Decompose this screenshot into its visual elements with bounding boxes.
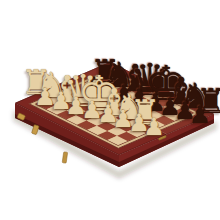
- piece-black-pawn: ♟: [189, 103, 211, 127]
- piece-white-pawn: ♟: [143, 115, 165, 139]
- chess-set-photo: ♜♞♝♛♚♝♞♜♟♟♟♟♟♟♟♟♜♞♝♛♚♝♞♜♟♟♟♟♟♟♟♟: [0, 0, 220, 220]
- brass-clasp-icon: [62, 152, 67, 163]
